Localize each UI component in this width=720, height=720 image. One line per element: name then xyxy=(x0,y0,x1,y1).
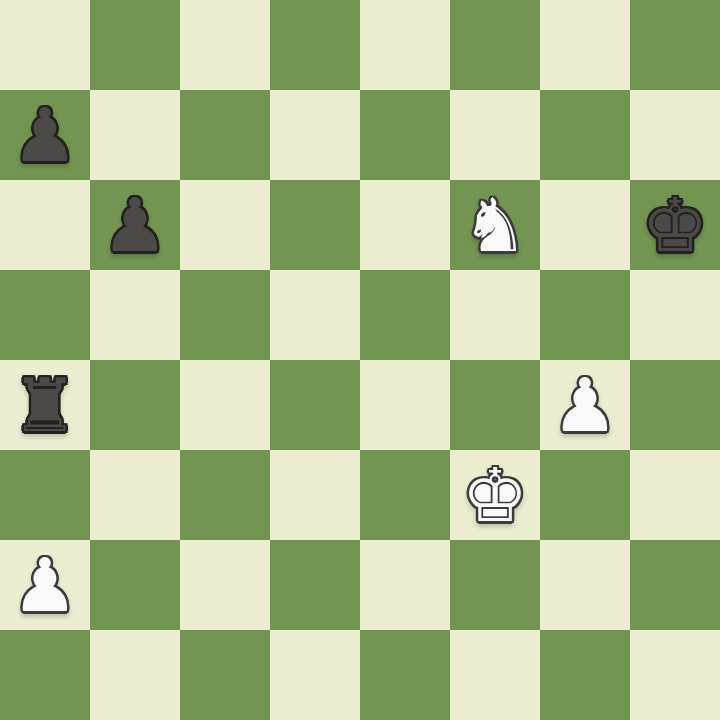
black-king[interactable]: ♚ xyxy=(630,180,720,270)
square-f6[interactable]: ♞ xyxy=(450,180,540,270)
square-g5[interactable] xyxy=(540,270,630,360)
square-c6[interactable] xyxy=(180,180,270,270)
square-a2[interactable]: ♟ xyxy=(0,540,90,630)
square-a8[interactable] xyxy=(0,0,90,90)
square-g7[interactable] xyxy=(540,90,630,180)
square-d3[interactable] xyxy=(270,450,360,540)
square-a4[interactable]: ♜ xyxy=(0,360,90,450)
square-h4[interactable] xyxy=(630,360,720,450)
square-e8[interactable] xyxy=(360,0,450,90)
square-h1[interactable] xyxy=(630,630,720,720)
square-c8[interactable] xyxy=(180,0,270,90)
square-f2[interactable] xyxy=(450,540,540,630)
chess-board: ♟♟♞♚♜♟♚♟ xyxy=(0,0,720,720)
white-king[interactable]: ♚ xyxy=(450,450,540,540)
square-f5[interactable] xyxy=(450,270,540,360)
square-b5[interactable] xyxy=(90,270,180,360)
square-b4[interactable] xyxy=(90,360,180,450)
square-d4[interactable] xyxy=(270,360,360,450)
white-pawn[interactable]: ♟ xyxy=(0,540,90,630)
square-e6[interactable] xyxy=(360,180,450,270)
square-g4[interactable]: ♟ xyxy=(540,360,630,450)
square-f4[interactable] xyxy=(450,360,540,450)
square-b3[interactable] xyxy=(90,450,180,540)
square-a3[interactable] xyxy=(0,450,90,540)
square-c5[interactable] xyxy=(180,270,270,360)
square-h3[interactable] xyxy=(630,450,720,540)
square-f8[interactable] xyxy=(450,0,540,90)
square-b6[interactable]: ♟ xyxy=(90,180,180,270)
square-a5[interactable] xyxy=(0,270,90,360)
square-e2[interactable] xyxy=(360,540,450,630)
square-d5[interactable] xyxy=(270,270,360,360)
square-c4[interactable] xyxy=(180,360,270,450)
square-d7[interactable] xyxy=(270,90,360,180)
square-h8[interactable] xyxy=(630,0,720,90)
square-a6[interactable] xyxy=(0,180,90,270)
square-a1[interactable] xyxy=(0,630,90,720)
square-g3[interactable] xyxy=(540,450,630,540)
square-f3[interactable]: ♚ xyxy=(450,450,540,540)
black-pawn[interactable]: ♟ xyxy=(90,180,180,270)
square-e4[interactable] xyxy=(360,360,450,450)
black-pawn[interactable]: ♟ xyxy=(0,90,90,180)
square-e7[interactable] xyxy=(360,90,450,180)
square-e3[interactable] xyxy=(360,450,450,540)
white-pawn[interactable]: ♟ xyxy=(540,360,630,450)
square-b8[interactable] xyxy=(90,0,180,90)
square-d2[interactable] xyxy=(270,540,360,630)
square-g1[interactable] xyxy=(540,630,630,720)
square-c1[interactable] xyxy=(180,630,270,720)
square-b2[interactable] xyxy=(90,540,180,630)
square-c3[interactable] xyxy=(180,450,270,540)
square-g2[interactable] xyxy=(540,540,630,630)
square-h6[interactable]: ♚ xyxy=(630,180,720,270)
square-h7[interactable] xyxy=(630,90,720,180)
square-d6[interactable] xyxy=(270,180,360,270)
square-f7[interactable] xyxy=(450,90,540,180)
square-h2[interactable] xyxy=(630,540,720,630)
square-e5[interactable] xyxy=(360,270,450,360)
black-rook[interactable]: ♜ xyxy=(0,360,90,450)
square-h5[interactable] xyxy=(630,270,720,360)
square-c7[interactable] xyxy=(180,90,270,180)
square-d8[interactable] xyxy=(270,0,360,90)
white-knight[interactable]: ♞ xyxy=(450,180,540,270)
square-a7[interactable]: ♟ xyxy=(0,90,90,180)
square-g6[interactable] xyxy=(540,180,630,270)
square-g8[interactable] xyxy=(540,0,630,90)
square-d1[interactable] xyxy=(270,630,360,720)
square-c2[interactable] xyxy=(180,540,270,630)
square-b1[interactable] xyxy=(90,630,180,720)
square-f1[interactable] xyxy=(450,630,540,720)
square-e1[interactable] xyxy=(360,630,450,720)
square-b7[interactable] xyxy=(90,90,180,180)
